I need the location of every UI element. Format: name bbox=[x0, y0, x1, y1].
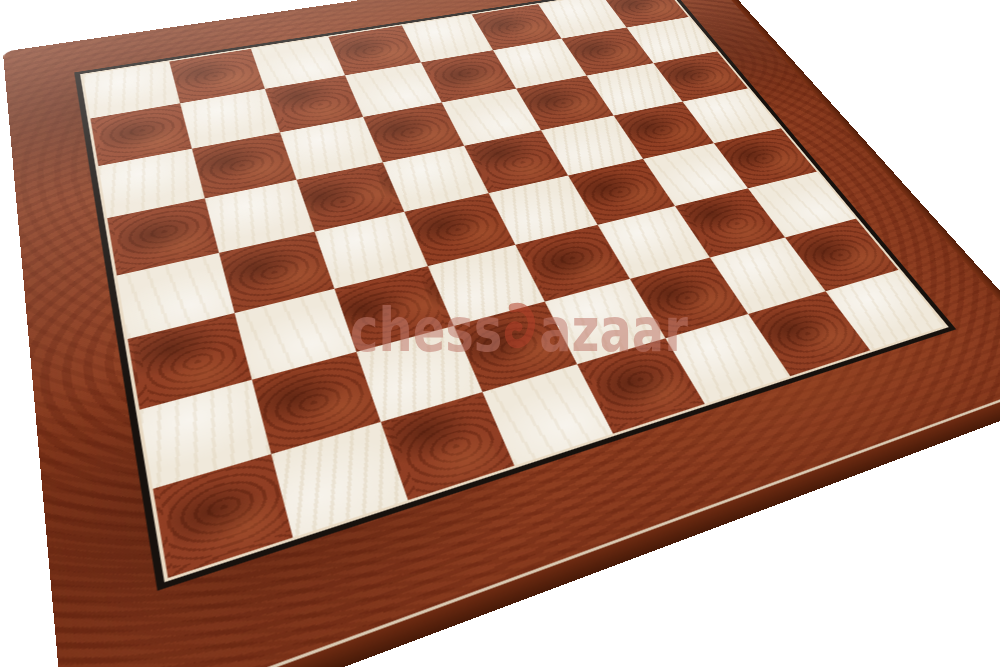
board-inlay-frame bbox=[74, 0, 956, 591]
chessboard bbox=[3, 0, 1000, 667]
photo-canvas: chess azaar bbox=[0, 0, 1000, 667]
board-inlay-pinstripe bbox=[80, 0, 949, 582]
